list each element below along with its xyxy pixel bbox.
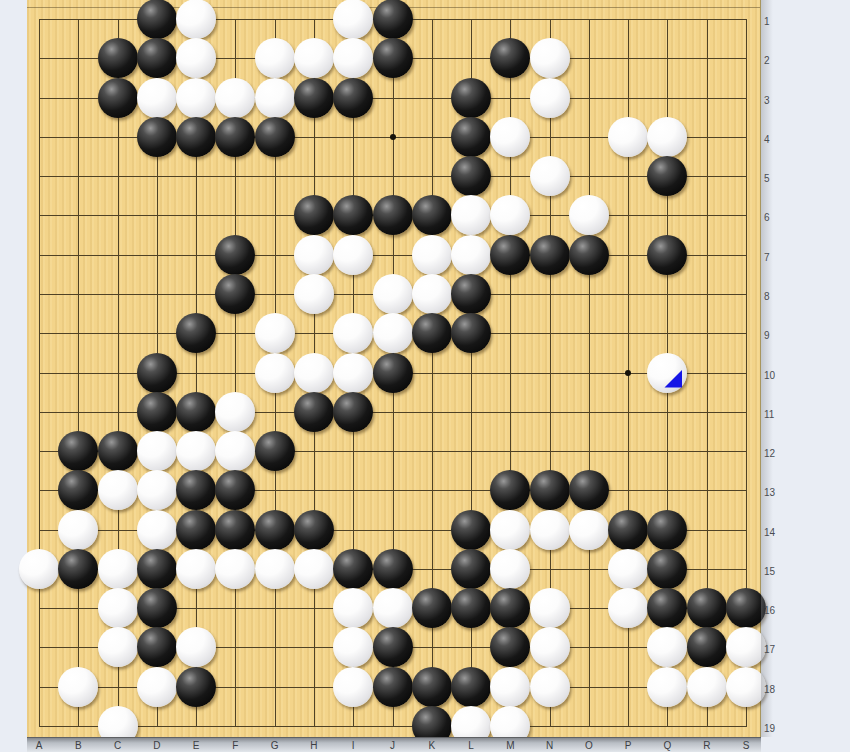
stone-black-D1[interactable] [137,0,177,39]
stone-black-F8[interactable] [215,274,255,314]
stone-black-Q16[interactable] [647,588,687,628]
stone-black-N7[interactable] [530,235,570,275]
stone-white-M14[interactable] [490,510,530,550]
stone-black-J10[interactable] [373,353,413,393]
stone-black-I15[interactable] [333,549,373,589]
last-move-marker-icon [664,370,682,388]
stone-white-H8[interactable] [294,274,334,314]
stone-black-J2[interactable] [373,38,413,78]
stone-black-F14[interactable] [215,510,255,550]
column-label-O: O [585,740,593,752]
stone-white-B14[interactable] [58,510,98,550]
stone-white-N14[interactable] [530,510,570,550]
column-label-B: B [75,740,82,752]
stone-black-O7[interactable] [569,235,609,275]
stone-white-E12[interactable] [176,431,216,471]
stone-black-J17[interactable] [373,627,413,667]
stone-black-H11[interactable] [294,392,334,432]
stone-black-G12[interactable] [255,431,295,471]
row-label-8: 8 [764,290,770,301]
stone-white-C16[interactable] [98,588,138,628]
row-label-13: 13 [764,487,775,498]
stone-white-E1[interactable] [176,0,216,39]
grid-line-v-O [589,19,590,726]
stone-black-B12[interactable] [58,431,98,471]
stone-black-R16[interactable] [687,588,727,628]
row-label-1: 1 [764,16,770,27]
stone-black-G14[interactable] [255,510,295,550]
column-label-Q: Q [664,740,672,752]
stone-black-M2[interactable] [490,38,530,78]
stone-black-J1[interactable] [373,0,413,39]
stone-black-C12[interactable] [98,431,138,471]
column-label-E: E [193,740,200,752]
stone-white-E3[interactable] [176,78,216,118]
stone-white-I16[interactable] [333,588,373,628]
stone-white-H2[interactable] [294,38,334,78]
column-label-F: F [232,740,238,752]
stone-black-E4[interactable] [176,117,216,157]
stone-black-P14[interactable] [608,510,648,550]
stone-black-C2[interactable] [98,38,138,78]
stone-black-L15[interactable] [451,549,491,589]
stone-white-H15[interactable] [294,549,334,589]
stone-black-L4[interactable] [451,117,491,157]
stone-white-E2[interactable] [176,38,216,78]
column-label-P: P [625,740,632,752]
column-label-J: J [390,740,395,752]
stone-black-L18[interactable] [451,667,491,707]
go-board[interactable] [27,0,761,737]
stone-white-I18[interactable] [333,667,373,707]
stone-black-I3[interactable] [333,78,373,118]
stone-white-G9[interactable] [255,313,295,353]
stone-black-Q5[interactable] [647,156,687,196]
stone-white-N3[interactable] [530,78,570,118]
stone-white-C15[interactable] [98,549,138,589]
stone-white-N5[interactable] [530,156,570,196]
stone-white-M4[interactable] [490,117,530,157]
stone-white-O6[interactable] [569,195,609,235]
stone-white-N17[interactable] [530,627,570,667]
stone-white-M18[interactable] [490,667,530,707]
stone-black-D15[interactable] [137,549,177,589]
stone-black-D11[interactable] [137,392,177,432]
stone-black-D4[interactable] [137,117,177,157]
stone-white-I7[interactable] [333,235,373,275]
row-label-10: 10 [764,369,775,380]
stone-black-Q14[interactable] [647,510,687,550]
stone-white-M15[interactable] [490,549,530,589]
stone-black-E9[interactable] [176,313,216,353]
stone-black-B15[interactable] [58,549,98,589]
stone-white-A15[interactable] [19,549,59,589]
stone-white-K8[interactable] [412,274,452,314]
column-label-C: C [114,740,121,752]
stone-white-Q17[interactable] [647,627,687,667]
stone-white-D13[interactable] [137,470,177,510]
row-label-15: 15 [764,565,775,576]
stone-white-N18[interactable] [530,667,570,707]
stone-black-Q7[interactable] [647,235,687,275]
stone-white-G10[interactable] [255,353,295,393]
stone-white-L7[interactable] [451,235,491,275]
stone-black-J6[interactable] [373,195,413,235]
stone-white-P4[interactable] [608,117,648,157]
stone-black-F7[interactable] [215,235,255,275]
column-label-A: A [36,740,43,752]
stone-white-F12[interactable] [215,431,255,471]
stone-black-J15[interactable] [373,549,413,589]
stone-white-P16[interactable] [608,588,648,628]
stone-black-I11[interactable] [333,392,373,432]
row-label-19: 19 [764,723,775,734]
stone-white-J16[interactable] [373,588,413,628]
stone-white-Q18[interactable] [647,667,687,707]
stone-black-N13[interactable] [530,470,570,510]
stone-white-K7[interactable] [412,235,452,275]
stone-white-D14[interactable] [137,510,177,550]
stone-white-B18[interactable] [58,667,98,707]
column-label-H: H [310,740,317,752]
row-label-4: 4 [764,133,770,144]
column-label-R: R [703,740,710,752]
stone-black-H6[interactable] [294,195,334,235]
stone-black-E18[interactable] [176,667,216,707]
column-label-N: N [546,740,553,752]
stone-black-L3[interactable] [451,78,491,118]
stone-black-O13[interactable] [569,470,609,510]
column-label-S: S [743,740,750,752]
stone-white-F11[interactable] [215,392,255,432]
stone-white-L6[interactable] [451,195,491,235]
stone-black-Q15[interactable] [647,549,687,589]
row-label-3: 3 [764,94,770,105]
row-label-9: 9 [764,330,770,341]
stone-white-P15[interactable] [608,549,648,589]
star-point-P10 [625,370,631,376]
stone-white-I2[interactable] [333,38,373,78]
column-label-L: L [468,740,474,752]
stone-white-N2[interactable] [530,38,570,78]
stone-black-G4[interactable] [255,117,295,157]
star-point-J4 [390,134,396,140]
row-label-16: 16 [764,605,775,616]
stone-white-G3[interactable] [255,78,295,118]
stone-white-R18[interactable] [687,667,727,707]
stone-black-M7[interactable] [490,235,530,275]
stone-black-M13[interactable] [490,470,530,510]
stone-white-C17[interactable] [98,627,138,667]
stone-white-C13[interactable] [98,470,138,510]
stone-black-C3[interactable] [98,78,138,118]
stone-white-G15[interactable] [255,549,295,589]
stone-white-J9[interactable] [373,313,413,353]
stone-black-R17[interactable] [687,627,727,667]
stone-white-J8[interactable] [373,274,413,314]
stone-white-I17[interactable] [333,627,373,667]
stone-black-I6[interactable] [333,195,373,235]
stone-black-M16[interactable] [490,588,530,628]
stone-white-E15[interactable] [176,549,216,589]
column-label-K: K [428,740,435,752]
stone-white-F3[interactable] [215,78,255,118]
stone-white-D12[interactable] [137,431,177,471]
column-labels-strip: ABCDEFGHIJKLMNOPQRS [27,737,761,752]
stone-black-K6[interactable] [412,195,452,235]
column-label-M: M [506,740,514,752]
column-label-D: D [153,740,160,752]
stone-black-L9[interactable] [451,313,491,353]
stone-black-K18[interactable] [412,667,452,707]
stone-white-I9[interactable] [333,313,373,353]
stone-black-D16[interactable] [137,588,177,628]
stone-white-Q10[interactable] [647,353,687,393]
stone-black-B13[interactable] [58,470,98,510]
stone-black-F4[interactable] [215,117,255,157]
row-label-2: 2 [764,55,770,66]
stone-black-D17[interactable] [137,627,177,667]
stone-white-H10[interactable] [294,353,334,393]
stone-white-Q4[interactable] [647,117,687,157]
column-label-G: G [271,740,279,752]
stone-black-L5[interactable] [451,156,491,196]
grid-line-h-19 [39,726,747,727]
stone-black-L8[interactable] [451,274,491,314]
stone-black-M17[interactable] [490,627,530,667]
stone-white-I10[interactable] [333,353,373,393]
row-label-5: 5 [764,173,770,184]
stone-white-G2[interactable] [255,38,295,78]
stone-black-L14[interactable] [451,510,491,550]
row-label-7: 7 [764,251,770,262]
row-label-18: 18 [764,683,775,694]
row-label-6: 6 [764,212,770,223]
stone-black-H3[interactable] [294,78,334,118]
stone-white-H7[interactable] [294,235,334,275]
row-labels-strip: 12345678910111213141516171819 [761,0,785,737]
row-label-17: 17 [764,644,775,655]
stone-black-E13[interactable] [176,470,216,510]
row-label-11: 11 [764,408,774,419]
stone-black-K16[interactable] [412,588,452,628]
stone-black-K9[interactable] [412,313,452,353]
stone-white-N16[interactable] [530,588,570,628]
stone-black-J18[interactable] [373,667,413,707]
stone-white-O14[interactable] [569,510,609,550]
stone-black-D2[interactable] [137,38,177,78]
stone-white-D18[interactable] [137,667,177,707]
stone-black-H14[interactable] [294,510,334,550]
row-label-14: 14 [764,526,775,537]
stone-white-F15[interactable] [215,549,255,589]
stone-white-I1[interactable] [333,0,373,39]
stone-white-E17[interactable] [176,627,216,667]
stone-white-D3[interactable] [137,78,177,118]
stone-black-E11[interactable] [176,392,216,432]
page-background: ABCDEFGHIJKLMNOPQRS 12345678910111213141… [0,0,850,752]
stone-black-D10[interactable] [137,353,177,393]
stone-black-E14[interactable] [176,510,216,550]
column-label-I: I [352,740,355,752]
stone-black-L16[interactable] [451,588,491,628]
row-label-12: 12 [764,448,775,459]
stone-black-F13[interactable] [215,470,255,510]
stone-white-M6[interactable] [490,195,530,235]
